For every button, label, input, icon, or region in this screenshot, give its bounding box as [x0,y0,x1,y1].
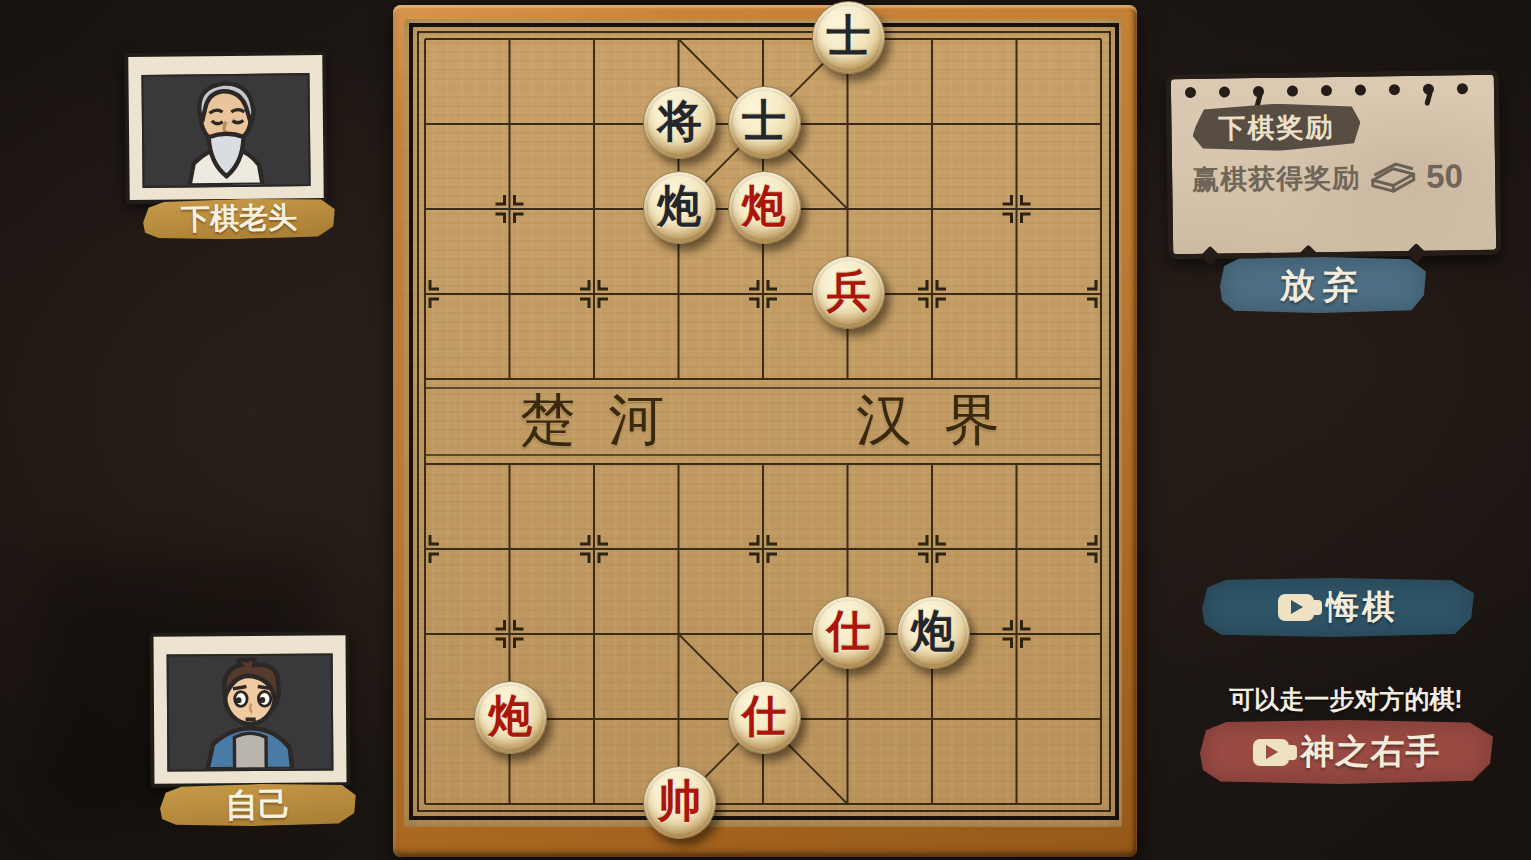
piece-red-仕[interactable]: 仕 [728,681,801,754]
self-photo [167,653,334,771]
punch-hole [1457,83,1468,94]
piece-character: 帅 [658,780,702,824]
piece-red-仕[interactable]: 仕 [812,596,885,669]
undo-move-button[interactable]: 悔棋 [1202,578,1474,637]
opponent-avatar-illustration [143,75,308,186]
god-hand-button[interactable]: 神之右手 [1200,720,1493,784]
opponent-photo [141,73,310,188]
piece-black-炮[interactable]: 炮 [897,596,970,669]
give-up-label: 放弃 [1280,262,1366,309]
piece-black-炮[interactable]: 炮 [643,171,716,244]
paper-tear [1200,246,1220,266]
banknote-stack-icon [1366,156,1421,199]
reward-description: 赢棋获得奖励 [1192,160,1360,198]
reward-note: 下棋奖励 赢棋获得奖励 50 [1166,70,1502,260]
piece-black-将[interactable]: 将 [643,86,716,159]
piece-character: 仕 [742,695,786,739]
punch-hole [1321,85,1332,96]
piece-red-炮[interactable]: 炮 [474,681,547,754]
undo-move-label: 悔棋 [1326,585,1398,630]
punch-hole [1423,84,1434,95]
piece-character: 炮 [658,185,702,229]
piece-black-士[interactable]: 士 [728,86,801,159]
piece-character: 士 [827,15,871,59]
opponent-name-label: 下棋老头 [143,197,336,240]
reward-row: 赢棋获得奖励 50 [1192,155,1463,201]
self-avatar-illustration [169,655,332,769]
river-text-left: 楚河 [520,383,696,459]
punch-hole [1253,86,1264,97]
piece-character: 炮 [911,610,955,654]
piece-character: 炮 [489,695,533,739]
self-photo-frame [149,631,350,787]
river-text-right: 汉界 [856,383,1032,459]
reward-amount: 50 [1426,157,1463,196]
god-hand-label: 神之右手 [1301,729,1441,775]
opponent-photo-frame [124,51,328,204]
reward-title-text: 下棋奖励 [1218,108,1334,146]
video-ad-icon [1253,739,1289,766]
game-screen: 楚河 汉界 士将士炮炮兵仕炮炮仕帅 下棋老头 [0,0,1531,860]
god-hand-tip: 可以走一步对方的棋! [1196,683,1496,716]
piece-character: 士 [742,100,786,144]
piece-black-士[interactable]: 士 [812,1,885,74]
give-up-button[interactable]: 放弃 [1220,257,1426,313]
piece-red-帅[interactable]: 帅 [643,766,716,839]
video-ad-icon [1278,594,1314,621]
punch-holes [1171,75,1494,80]
piece-character: 将 [658,100,702,144]
punch-hole [1355,85,1366,96]
punch-hole [1185,87,1196,98]
punch-hole [1389,84,1400,95]
self-name-label: 自己 [160,783,357,828]
piece-character: 仕 [827,610,871,654]
punch-hole [1219,86,1230,97]
punch-hole [1287,85,1298,96]
piece-red-炮[interactable]: 炮 [728,171,801,244]
piece-red-兵[interactable]: 兵 [812,256,885,329]
reward-title: 下棋奖励 [1192,103,1361,152]
piece-character: 兵 [827,270,871,314]
piece-character: 炮 [742,185,786,229]
